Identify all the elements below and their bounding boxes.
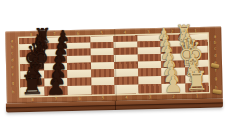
board-square xyxy=(67,86,91,95)
board-group: 88aa77bb66cc55dd44ee33ff22gg11hh ♜♟♟♜♞♟♟… xyxy=(0,0,228,128)
piece-white-pawn: ♟ xyxy=(163,73,183,95)
coordinate-label: e xyxy=(11,66,14,70)
coordinate-label: g xyxy=(12,81,15,85)
board-square xyxy=(91,85,115,94)
coordinate-label: a xyxy=(11,39,14,43)
coordinate-label: 6 xyxy=(77,31,80,35)
coordinate-label: 3 xyxy=(147,30,150,34)
coordinate-label: b xyxy=(214,41,217,45)
hinge-seam-front xyxy=(115,101,116,110)
pieces-layer: ♜♟♟♜♞♟♟♞♝♟♟♝♛♟♟♛♚♟♟♚♝♟♟♝♞♟♟♞♜♟♟♜ xyxy=(0,0,227,3)
coordinate-label: h xyxy=(12,90,15,94)
coordinate-label: d xyxy=(214,54,217,58)
coordinate-label: f xyxy=(11,73,14,77)
coordinate-label: 5 xyxy=(100,31,103,35)
coordinate-label: a xyxy=(214,35,217,39)
coordinate-label: 5 xyxy=(102,96,105,100)
coordinate-label: 4 xyxy=(125,95,128,99)
coordinate-label: b xyxy=(11,45,14,49)
coordinate-label: c xyxy=(214,47,217,51)
coordinate-label: d xyxy=(11,58,14,62)
coordinate-label: 6 xyxy=(78,96,81,100)
coordinate-label: g xyxy=(215,77,218,81)
coordinate-label: 4 xyxy=(124,30,127,34)
piece-white-rook: ♜ xyxy=(184,68,208,95)
piece-black-pawn: ♟ xyxy=(46,76,66,98)
board-square xyxy=(114,85,138,94)
coordinate-label: f xyxy=(214,69,217,73)
chess-set-photo: 88aa77bb66cc55dd44ee33ff22gg11hh ♜♟♟♜♞♟♟… xyxy=(0,0,228,128)
coordinate-label: 3 xyxy=(149,95,152,99)
board-square xyxy=(138,84,162,93)
coordinate-label: c xyxy=(11,52,14,56)
piece-black-rook: ♜ xyxy=(20,72,44,99)
